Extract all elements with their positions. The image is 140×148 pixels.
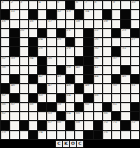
clue-number: 69: [76, 121, 80, 125]
cell-r1c6[interactable]: [47, 1, 55, 9]
cell-r10c11[interactable]: [94, 84, 102, 92]
cell-r5c11[interactable]: 26: [94, 38, 102, 46]
cell-r11c12[interactable]: [103, 94, 111, 102]
cell-r4c9[interactable]: [75, 29, 83, 37]
cell-r9c3[interactable]: [20, 75, 28, 83]
clue-number: 63: [48, 112, 52, 116]
cell-r1c8-block: [66, 1, 74, 9]
clue-number: 23: [122, 29, 126, 33]
clue-number: 46: [11, 84, 15, 88]
cell-r13c9[interactable]: 65: [75, 112, 83, 120]
cell-r7c1[interactable]: 32: [1, 57, 9, 65]
cell-r10c7[interactable]: [57, 84, 65, 92]
clue-number: 14: [85, 10, 89, 14]
cell-r4c10-block: [84, 29, 92, 37]
clue-number: 59: [57, 103, 61, 107]
cell-r9c5[interactable]: 42: [38, 75, 46, 83]
cell-r6c11[interactable]: 30: [94, 47, 102, 55]
cell-r6c7[interactable]: [57, 47, 65, 55]
cell-r5c3[interactable]: [20, 38, 28, 46]
clue-number: 16: [29, 20, 33, 24]
cell-r3c2[interactable]: [10, 20, 18, 28]
cell-r11c14[interactable]: [121, 94, 129, 102]
clue-number: 47: [48, 84, 52, 88]
cell-r15c12[interactable]: 75: [103, 131, 111, 139]
clue-number: 72: [131, 121, 135, 125]
cell-r2c4-block: [29, 10, 37, 18]
clue-number: 2: [11, 1, 13, 5]
cell-r6c9[interactable]: [75, 47, 83, 55]
cell-r12c1[interactable]: 56: [1, 103, 9, 111]
cell-r5c1[interactable]: [1, 38, 9, 46]
cell-r3c3[interactable]: [20, 20, 28, 28]
cell-r12c3[interactable]: [20, 103, 28, 111]
cell-r4c1[interactable]: [1, 29, 9, 37]
cell-r10c9-block: [75, 84, 83, 92]
cell-r2c6-block: [47, 10, 55, 18]
cell-r9c13-block: [112, 75, 120, 83]
cell-r1c14[interactable]: [121, 1, 129, 9]
clue-number: 57: [11, 103, 15, 107]
cell-r13c14[interactable]: [121, 112, 129, 120]
clue-number: 33: [11, 57, 15, 61]
clue-number: 11: [11, 10, 15, 14]
clue-number: 70: [103, 121, 107, 125]
cell-r14c15[interactable]: 72: [131, 121, 139, 129]
cell-r5c8-block: [66, 38, 74, 46]
cell-r4c5-block: [38, 29, 46, 37]
cell-r6c15[interactable]: [131, 47, 139, 55]
cell-r2c13[interactable]: [112, 10, 120, 18]
cell-r1c11[interactable]: 8: [94, 1, 102, 9]
cell-r5c9[interactable]: [75, 38, 83, 46]
cell-r14c6[interactable]: 67: [47, 121, 55, 129]
cell-r12c7[interactable]: 59: [57, 103, 65, 111]
cell-r3c8[interactable]: [66, 20, 74, 28]
cell-r2c2[interactable]: 11: [10, 10, 18, 18]
cell-r14c4[interactable]: [29, 121, 37, 129]
cell-r4c11[interactable]: 22: [94, 29, 102, 37]
cell-r1c2[interactable]: 2: [10, 1, 18, 9]
clue-number: 18: [76, 20, 80, 24]
cell-r15c6[interactable]: [47, 131, 55, 139]
clue-number: 60: [85, 103, 89, 107]
cell-r7c8[interactable]: [66, 57, 74, 65]
cell-r9c7[interactable]: 43: [57, 75, 65, 83]
cell-r4c15-block: [131, 29, 139, 37]
cell-r14c2[interactable]: [10, 121, 18, 129]
cell-r10c2[interactable]: 46: [10, 84, 18, 92]
cell-r11c15[interactable]: [131, 94, 139, 102]
cell-r5c4-block: [29, 38, 37, 46]
clue-number: 43: [57, 75, 61, 79]
cell-r2c1-block: [1, 10, 9, 18]
cell-r2c15[interactable]: [131, 10, 139, 18]
clue-number: 30: [94, 47, 98, 51]
cell-r1c9[interactable]: 6: [75, 1, 83, 9]
cell-r3c7[interactable]: [57, 20, 65, 28]
cell-r8c8[interactable]: 39: [66, 66, 74, 74]
clue-number: 61: [113, 103, 117, 107]
cell-r6c5[interactable]: 28: [38, 47, 46, 55]
cell-r10c13[interactable]: 50: [112, 84, 120, 92]
clue-number: 27: [131, 38, 135, 42]
cell-r8c3[interactable]: [20, 66, 28, 74]
clue-number: 10: [131, 1, 135, 5]
cell-r9c11[interactable]: 44: [94, 75, 102, 83]
clue-number: 7: [85, 1, 87, 5]
cell-r13c15-block: [131, 112, 139, 120]
cell-r14c14-block: [121, 121, 129, 129]
cell-r4c3[interactable]: 20: [20, 29, 28, 37]
cell-r3c1[interactable]: 15: [1, 20, 9, 28]
clue-number: 8: [94, 1, 96, 5]
clue-number: 48: [66, 84, 70, 88]
cell-r7c9-block: [75, 57, 83, 65]
cell-r7c10-block: [84, 57, 92, 65]
cell-r9c10-block: [84, 75, 92, 83]
cell-r3c15[interactable]: [131, 20, 139, 28]
cell-r3c9[interactable]: 18: [75, 20, 83, 28]
clue-number: 41: [94, 66, 98, 70]
cell-r15c14[interactable]: [121, 131, 129, 139]
clue-number: 19: [103, 20, 107, 24]
crossword-app: 1234567891011121314151617181920212223242…: [0, 0, 140, 148]
clue-number: 31: [122, 47, 126, 51]
cell-r10c8[interactable]: 48: [66, 84, 74, 92]
clue-number: 25: [57, 38, 61, 42]
cell-r13c11[interactable]: [94, 112, 102, 120]
clue-number: 37: [113, 57, 117, 61]
clue-number: 75: [103, 131, 107, 135]
cell-r3c11[interactable]: [94, 20, 102, 28]
cell-r4c6[interactable]: [47, 29, 55, 37]
cell-r13c5[interactable]: [38, 112, 46, 120]
cell-r4c12[interactable]: [103, 29, 111, 37]
cell-r11c7-block: [57, 94, 65, 102]
crossword-grid: 1234567891011121314151617181920212223242…: [0, 0, 140, 140]
watermark-letter-tile-4: C: [77, 141, 83, 147]
cell-r8c15[interactable]: [131, 66, 139, 74]
cell-r4c2-block: [10, 29, 18, 37]
cell-r2c3[interactable]: [20, 10, 28, 18]
cell-r15c2[interactable]: [10, 131, 18, 139]
clue-number: 3: [20, 1, 22, 5]
clue-number: 15: [2, 20, 6, 24]
cell-r11c1[interactable]: 52: [1, 94, 9, 102]
cell-r8c7-block: [57, 66, 65, 74]
clue-number: 66: [103, 112, 107, 116]
cell-r12c8[interactable]: [66, 103, 74, 111]
cell-r3c6[interactable]: 17: [47, 20, 55, 28]
clue-number: 12: [57, 10, 61, 14]
clue-number: 5: [57, 1, 59, 5]
cell-r3c12[interactable]: 19: [103, 20, 111, 28]
cell-r13c12[interactable]: 66: [103, 112, 111, 120]
clue-number: 45: [122, 75, 126, 79]
cell-r14c1-block: [1, 121, 9, 129]
cell-r1c4[interactable]: [29, 1, 37, 9]
cell-r9c9[interactable]: [75, 75, 83, 83]
cell-r11c9[interactable]: [75, 94, 83, 102]
cell-r4c13-block: [112, 29, 120, 37]
cell-r9c14[interactable]: 45: [121, 75, 129, 83]
cell-r2c5[interactable]: [38, 10, 46, 18]
cell-r4c4[interactable]: [29, 29, 37, 37]
cell-r12c4[interactable]: 58: [29, 103, 37, 111]
clue-number: 36: [94, 57, 98, 61]
clue-number: 1: [2, 1, 4, 5]
cell-r10c6[interactable]: 47: [47, 84, 55, 92]
cell-r8c13[interactable]: [112, 66, 120, 74]
cell-r14c8-block: [66, 121, 74, 129]
cell-r12c13[interactable]: 61: [112, 103, 120, 111]
cell-r7c4[interactable]: 34: [29, 57, 37, 65]
cell-r8c11[interactable]: 41: [94, 66, 102, 74]
cell-r8c2[interactable]: [10, 66, 18, 74]
cell-r5c12[interactable]: [103, 38, 111, 46]
cell-r5c14[interactable]: [121, 38, 129, 46]
cell-r6c3[interactable]: [20, 47, 28, 55]
cell-r6c4-block: [29, 47, 37, 55]
clue-number: 67: [48, 121, 52, 125]
cell-r6c10-block: [84, 47, 92, 55]
cell-r13c10[interactable]: [84, 112, 92, 120]
cell-r11c2-block: [10, 94, 18, 102]
cell-r3c5[interactable]: [38, 20, 46, 28]
cell-r11c5[interactable]: 53: [38, 94, 46, 102]
cell-r14c10[interactable]: [84, 121, 92, 129]
clue-number: 68: [57, 121, 61, 125]
cell-r7c11[interactable]: 36: [94, 57, 102, 65]
cell-r15c7[interactable]: [57, 131, 65, 139]
cell-r12c14[interactable]: [121, 103, 129, 111]
clue-number: 58: [29, 103, 33, 107]
cell-r4c8[interactable]: 21: [66, 29, 74, 37]
cell-r1c15[interactable]: 10: [131, 1, 139, 9]
cell-r10c15[interactable]: 51: [131, 84, 139, 92]
cell-r5c7[interactable]: 25: [57, 38, 65, 46]
cell-r2c12-block: [103, 10, 111, 18]
clue-number: 49: [85, 84, 89, 88]
cell-r12c5-block: [38, 103, 46, 111]
cell-r8c4[interactable]: [29, 66, 37, 74]
cell-r11c6[interactable]: [47, 94, 55, 102]
cell-r11c13[interactable]: [112, 94, 120, 102]
cell-r13c3[interactable]: [20, 112, 28, 120]
cell-r11c11[interactable]: 55: [94, 94, 102, 102]
cell-r15c9[interactable]: [75, 131, 83, 139]
cell-r8c10-block: [84, 66, 92, 74]
cell-r8c12[interactable]: [103, 66, 111, 74]
clue-number: 20: [20, 29, 24, 33]
cell-r5c5[interactable]: 24: [38, 38, 46, 46]
clue-number: 22: [94, 29, 98, 33]
cell-r1c1[interactable]: 1: [1, 1, 9, 9]
clue-number: 29: [66, 47, 70, 51]
cell-r5c2-block: [10, 38, 18, 46]
cell-r14c12[interactable]: 70: [103, 121, 111, 129]
cell-r9c15-block: [131, 75, 139, 83]
cell-r2c14-block: [121, 10, 129, 18]
cell-r2c11[interactable]: [94, 10, 102, 18]
cell-r8c5-block: [38, 66, 46, 74]
clue-number: 24: [39, 38, 43, 42]
cell-r5c6[interactable]: [47, 38, 55, 46]
clue-number: 35: [48, 57, 52, 61]
cell-r7c6[interactable]: 35: [47, 57, 55, 65]
cell-r15c3[interactable]: [20, 131, 28, 139]
clue-number: 55: [94, 94, 98, 98]
cell-r15c15[interactable]: [131, 131, 139, 139]
clue-number: 40: [76, 66, 80, 70]
cell-r7c13[interactable]: 37: [112, 57, 120, 65]
clue-number: 53: [39, 94, 43, 98]
cell-r14c5-block: [38, 121, 46, 129]
cell-r11c3[interactable]: [20, 94, 28, 102]
cell-r9c6[interactable]: [47, 75, 55, 83]
cell-r12c10[interactable]: 60: [84, 103, 92, 111]
cell-r15c8[interactable]: [66, 131, 74, 139]
clue-number: 38: [2, 66, 6, 70]
cell-r15c5[interactable]: 74: [38, 131, 46, 139]
cell-r6c12[interactable]: [103, 47, 111, 55]
clue-number: 28: [39, 47, 43, 51]
cell-r13c4[interactable]: [29, 112, 37, 120]
cell-r9c1[interactable]: [1, 75, 9, 83]
cell-r10c1-block: [1, 84, 9, 92]
clue-number: 64: [66, 112, 70, 116]
cell-r6c8[interactable]: 29: [66, 47, 74, 55]
cell-r7c5-block: [38, 57, 46, 65]
cell-r13c13-block: [112, 112, 120, 120]
cell-r10c10[interactable]: 49: [84, 84, 92, 92]
watermark-letter-tile-3: O: [70, 141, 76, 147]
cell-r1c5[interactable]: 4: [38, 1, 46, 9]
cell-r7c15[interactable]: [131, 57, 139, 65]
clue-number: 52: [2, 94, 6, 98]
cell-r7c14[interactable]: [121, 57, 129, 65]
clue-number: 26: [94, 38, 98, 42]
clue-number: 4: [39, 1, 41, 5]
cell-r14c7[interactable]: 68: [57, 121, 65, 129]
cell-r12c6-block: [47, 103, 55, 111]
cell-r4c14[interactable]: 23: [121, 29, 129, 37]
cell-r6c6[interactable]: [47, 47, 55, 55]
cell-r1c13[interactable]: 9: [112, 1, 120, 9]
cell-r12c2[interactable]: 57: [10, 103, 18, 111]
cell-r6c2-block: [10, 47, 18, 55]
cell-r13c2[interactable]: [10, 112, 18, 120]
cell-r14c13[interactable]: 71: [112, 121, 120, 129]
clue-number: 32: [2, 57, 6, 61]
clue-number: 71: [113, 121, 117, 125]
cell-r14c3-block: [20, 121, 28, 129]
watermark-letter-tile-2: K: [63, 141, 69, 147]
cell-r13c6[interactable]: 63: [47, 112, 55, 120]
cell-r6c13-block: [112, 47, 120, 55]
cell-r15c1[interactable]: 73: [1, 131, 9, 139]
cell-r12c11[interactable]: [94, 103, 102, 111]
cell-r7c12[interactable]: [103, 57, 111, 65]
clue-number: 13: [66, 10, 70, 14]
cell-r7c2[interactable]: 33: [10, 57, 18, 65]
clue-number: 56: [2, 103, 6, 107]
cell-r6c1[interactable]: [1, 47, 9, 55]
cell-r10c14[interactable]: [121, 84, 129, 92]
cell-r1c7[interactable]: 5: [57, 1, 65, 9]
cell-r2c7[interactable]: 12: [57, 10, 65, 18]
cell-r3c4[interactable]: 16: [29, 20, 37, 28]
cell-r1c3[interactable]: 3: [20, 1, 28, 9]
clue-number: 6: [76, 1, 78, 5]
clue-number: 74: [39, 131, 43, 135]
cell-r10c4[interactable]: [29, 84, 37, 92]
cell-r10c12[interactable]: [103, 84, 111, 92]
cell-r4c7-block: [57, 29, 65, 37]
cell-r13c8[interactable]: 64: [66, 112, 74, 120]
clue-number: 34: [29, 57, 33, 61]
cell-r15c10-block: [84, 131, 92, 139]
cell-r13c7-block: [57, 112, 65, 120]
cell-r1c12[interactable]: [103, 1, 111, 9]
clue-number: 73: [2, 131, 6, 135]
cell-r2c8[interactable]: 13: [66, 10, 74, 18]
cell-r7c7[interactable]: [57, 57, 65, 65]
cell-r5c15[interactable]: 27: [131, 38, 139, 46]
cell-r1c10[interactable]: 7: [84, 1, 92, 9]
cell-r3c13[interactable]: [112, 20, 120, 28]
cell-r8c9[interactable]: 40: [75, 66, 83, 74]
footer-strip: CKOC: [0, 140, 140, 148]
clue-number: 44: [94, 75, 98, 79]
cell-r15c13[interactable]: [112, 131, 120, 139]
cell-r10c3[interactable]: [20, 84, 28, 92]
cell-r9c12[interactable]: [103, 75, 111, 83]
cell-r3c10[interactable]: [84, 20, 92, 28]
cell-r9c2-block: [10, 75, 18, 83]
cell-r12c12-block: [103, 103, 111, 111]
cell-r15c4-block: [29, 131, 37, 139]
cell-r14c9[interactable]: 69: [75, 121, 83, 129]
cell-r12c9-block: [75, 103, 83, 111]
cell-r11c8[interactable]: 54: [66, 94, 74, 102]
cell-r13c1[interactable]: 62: [1, 112, 9, 120]
cell-r6c14[interactable]: 31: [121, 47, 129, 55]
cell-r9c4-block: [29, 75, 37, 83]
cell-r12c15-block: [131, 103, 139, 111]
cell-r10c5-block: [38, 84, 46, 92]
clue-number: 62: [2, 112, 6, 116]
cell-r5c13[interactable]: [112, 38, 120, 46]
cell-r2c10[interactable]: 14: [84, 10, 92, 18]
clue-number: 17: [48, 20, 52, 24]
cell-r7c3[interactable]: [20, 57, 28, 65]
clue-number: 21: [66, 29, 70, 33]
cell-r2c9-block: [75, 10, 83, 18]
cell-r8c6[interactable]: [47, 66, 55, 74]
cell-r5c10-block: [84, 38, 92, 46]
clue-number: 42: [39, 75, 43, 79]
cell-r9c8-block: [66, 75, 74, 83]
cell-r3c14-block: [121, 20, 129, 28]
cell-r8c14-block: [121, 66, 129, 74]
cell-r11c10-block: [84, 94, 92, 102]
clue-number: 39: [66, 66, 70, 70]
clue-number: 50: [113, 84, 117, 88]
cell-r8c1[interactable]: 38: [1, 66, 9, 74]
watermark-letter-tile-1: C: [56, 141, 62, 147]
